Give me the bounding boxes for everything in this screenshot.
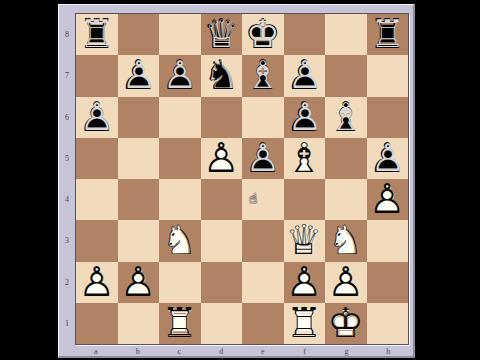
file-label-h: h <box>367 346 409 357</box>
square-h8[interactable]: ♜♖ <box>367 14 409 55</box>
rank-label-8: 8 <box>59 14 75 55</box>
square-d7[interactable]: ♞♘ <box>201 55 243 96</box>
rank-label-1: 1 <box>59 303 75 344</box>
rank-label-4: 4 <box>59 179 75 220</box>
piece-glyph: ♟ <box>367 138 409 179</box>
piece-glyph: ♟ <box>284 97 326 138</box>
square-b4[interactable] <box>118 179 160 220</box>
piece-glyph-outline: ♘ <box>202 57 241 95</box>
file-label-g: g <box>326 346 368 357</box>
square-f3[interactable]: ♛♕ <box>284 220 326 261</box>
square-c7[interactable]: ♟♙ <box>159 55 201 96</box>
file-label-b: b <box>117 346 159 357</box>
piece-white-pawn[interactable]: ♟♙ <box>201 138 243 179</box>
piece-glyph: ♜ <box>76 14 118 55</box>
piece-white-bishop[interactable]: ♝♗ <box>284 138 326 179</box>
square-f6[interactable]: ♟♙ <box>284 97 326 138</box>
piece-glyph-outline: ♙ <box>119 57 158 95</box>
square-b3[interactable] <box>118 220 160 261</box>
chess-board: ♜♖♛♕♚♔♜♖♟♙♟♙♞♘♝♗♟♙♟♙♟♙♝♗♟♙♟♙♝♗♟♙♟♙♞♘♛♕♞♘… <box>75 13 409 345</box>
square-g2[interactable]: ♟♙ <box>325 262 367 303</box>
piece-glyph: ♟ <box>284 262 324 302</box>
piece-white-queen[interactable]: ♛♕ <box>284 220 326 261</box>
square-e4[interactable] <box>242 179 284 220</box>
piece-glyph: ♚ <box>326 303 366 343</box>
file-labels: abcdefgh <box>75 346 409 357</box>
piece-glyph-outline: ♕ <box>284 220 326 261</box>
piece-glyph-outline: ♙ <box>285 57 324 95</box>
square-g4[interactable] <box>325 179 367 220</box>
piece-black-pawn[interactable]: ♟♙ <box>159 55 201 96</box>
piece-glyph: ♟ <box>242 138 284 179</box>
piece-glyph-outline: ♖ <box>368 15 407 53</box>
board-grid: ♜♖♛♕♚♔♜♖♟♙♟♙♞♘♝♗♟♙♟♙♟♙♝♗♟♙♟♙♝♗♟♙♟♙♞♘♛♕♞♘… <box>76 14 408 344</box>
piece-glyph-outline: ♘ <box>159 220 201 261</box>
square-g8[interactable] <box>325 14 367 55</box>
piece-glyph-outline: ♙ <box>243 139 282 177</box>
square-d5[interactable]: ♟♙ <box>201 138 243 179</box>
piece-glyph: ♟ <box>77 262 117 302</box>
rank-labels: 87654321 <box>59 14 75 344</box>
piece-glyph: ♟ <box>284 55 326 96</box>
rank-label-2: 2 <box>59 262 75 303</box>
piece-glyph: ♟ <box>326 262 366 302</box>
board-frame: ♜♖♛♕♚♔♜♖♟♙♟♙♞♘♝♗♟♙♟♙♟♙♝♗♟♙♟♙♝♗♟♙♟♙♞♘♛♕♞♘… <box>58 4 415 358</box>
piece-black-king[interactable]: ♚♔ <box>242 14 284 55</box>
square-f7[interactable]: ♟♙ <box>284 55 326 96</box>
square-h6[interactable] <box>367 97 409 138</box>
piece-glyph: ♟ <box>159 55 201 96</box>
square-b6[interactable] <box>118 97 160 138</box>
piece-glyph: ♝ <box>284 138 324 178</box>
square-e8[interactable]: ♚♔ <box>242 14 284 55</box>
square-d4[interactable] <box>201 179 243 220</box>
piece-white-knight[interactable]: ♞♘ <box>325 220 367 261</box>
piece-glyph: ♛ <box>201 14 243 55</box>
piece-black-bishop[interactable]: ♝♗ <box>325 97 367 138</box>
square-d8[interactable]: ♛♕ <box>201 14 243 55</box>
square-g3[interactable]: ♞♘ <box>325 220 367 261</box>
square-e5[interactable]: ♟♙ <box>242 138 284 179</box>
piece-glyph: ♞ <box>160 221 200 261</box>
square-a4[interactable] <box>76 179 118 220</box>
square-a1[interactable] <box>76 303 118 344</box>
piece-glyph-outline: ♗ <box>243 57 282 95</box>
square-b7[interactable]: ♟♙ <box>118 55 160 96</box>
piece-glyph: ♟ <box>76 97 118 138</box>
square-c4[interactable] <box>159 179 201 220</box>
piece-glyph: ♜ <box>284 303 324 343</box>
piece-glyph: ♜ <box>160 303 200 343</box>
piece-glyph: ♝ <box>325 97 367 138</box>
piece-black-bishop[interactable]: ♝♗ <box>242 55 284 96</box>
square-b1[interactable] <box>118 303 160 344</box>
piece-glyph: ♟ <box>201 138 241 178</box>
square-f2[interactable]: ♟♙ <box>284 262 326 303</box>
piece-glyph: ♞ <box>326 221 366 261</box>
piece-glyph-outline: ♙ <box>118 262 160 303</box>
piece-glyph-outline: ♔ <box>325 303 367 344</box>
piece-glyph-outline: ♕ <box>202 15 241 53</box>
square-b8[interactable] <box>118 14 160 55</box>
square-d3[interactable] <box>201 220 243 261</box>
piece-glyph-outline: ♗ <box>326 98 365 136</box>
piece-glyph: ♞ <box>201 55 243 96</box>
file-label-a: a <box>75 346 117 357</box>
piece-black-rook[interactable]: ♜♖ <box>367 14 409 55</box>
file-label-e: e <box>242 346 284 357</box>
square-f8[interactable] <box>284 14 326 55</box>
piece-glyph: ♟ <box>118 262 158 302</box>
square-e2[interactable] <box>242 262 284 303</box>
piece-glyph-outline: ♙ <box>368 139 407 177</box>
square-h7[interactable] <box>367 55 409 96</box>
square-a5[interactable] <box>76 138 118 179</box>
square-g6[interactable]: ♝♗ <box>325 97 367 138</box>
piece-glyph: ♛ <box>284 221 324 261</box>
square-h5[interactable]: ♟♙ <box>367 138 409 179</box>
piece-white-pawn[interactable]: ♟♙ <box>325 262 367 303</box>
piece-glyph-outline: ♙ <box>367 179 409 220</box>
piece-black-queen[interactable]: ♛♕ <box>201 14 243 55</box>
square-a2[interactable]: ♟♙ <box>76 262 118 303</box>
piece-glyph-outline: ♙ <box>285 98 324 136</box>
square-g5[interactable] <box>325 138 367 179</box>
piece-black-pawn[interactable]: ♟♙ <box>76 97 118 138</box>
square-e3[interactable] <box>242 220 284 261</box>
square-c6[interactable] <box>159 97 201 138</box>
piece-glyph-outline: ♙ <box>77 98 116 136</box>
piece-glyph: ♜ <box>367 14 409 55</box>
square-c3[interactable]: ♞♘ <box>159 220 201 261</box>
piece-glyph-outline: ♖ <box>159 303 201 344</box>
piece-glyph: ♟ <box>367 180 407 220</box>
piece-black-knight[interactable]: ♞♘ <box>201 55 243 96</box>
square-a8[interactable]: ♜♖ <box>76 14 118 55</box>
piece-glyph-outline: ♙ <box>76 262 118 303</box>
piece-glyph-outline: ♗ <box>284 138 326 179</box>
square-a6[interactable]: ♟♙ <box>76 97 118 138</box>
square-g7[interactable] <box>325 55 367 96</box>
piece-black-pawn[interactable]: ♟♙ <box>284 97 326 138</box>
piece-glyph-outline: ♖ <box>77 15 116 53</box>
piece-black-pawn[interactable]: ♟♙ <box>367 138 409 179</box>
square-b5[interactable] <box>118 138 160 179</box>
square-f4[interactable] <box>284 179 326 220</box>
square-a3[interactable] <box>76 220 118 261</box>
square-f1[interactable]: ♜♖ <box>284 303 326 344</box>
square-c5[interactable] <box>159 138 201 179</box>
piece-white-rook[interactable]: ♜♖ <box>284 303 326 344</box>
piece-white-king[interactable]: ♚♔ <box>325 303 367 344</box>
file-label-f: f <box>284 346 326 357</box>
square-e6[interactable] <box>242 97 284 138</box>
piece-white-pawn[interactable]: ♟♙ <box>76 262 118 303</box>
piece-black-rook[interactable]: ♜♖ <box>76 14 118 55</box>
square-h1[interactable] <box>367 303 409 344</box>
piece-glyph-outline: ♙ <box>160 57 199 95</box>
square-a7[interactable] <box>76 55 118 96</box>
rank-label-3: 3 <box>59 220 75 261</box>
piece-glyph: ♟ <box>118 55 160 96</box>
piece-glyph-outline: ♙ <box>325 262 367 303</box>
square-h2[interactable] <box>367 262 409 303</box>
piece-white-pawn[interactable]: ♟♙ <box>367 179 409 220</box>
piece-glyph-outline: ♖ <box>284 303 326 344</box>
piece-glyph-outline: ♙ <box>201 138 243 179</box>
piece-white-pawn[interactable]: ♟♙ <box>118 262 160 303</box>
piece-glyph-outline: ♔ <box>243 15 282 53</box>
piece-white-knight[interactable]: ♞♘ <box>159 220 201 261</box>
square-h4[interactable]: ♟♙ <box>367 179 409 220</box>
file-label-c: c <box>159 346 201 357</box>
piece-glyph-outline: ♙ <box>284 262 326 303</box>
piece-white-rook[interactable]: ♜♖ <box>159 303 201 344</box>
square-d2[interactable] <box>201 262 243 303</box>
piece-glyph: ♝ <box>242 55 284 96</box>
square-c2[interactable] <box>159 262 201 303</box>
piece-black-pawn[interactable]: ♟♙ <box>284 55 326 96</box>
square-f5[interactable]: ♝♗ <box>284 138 326 179</box>
square-h3[interactable] <box>367 220 409 261</box>
square-e7[interactable]: ♝♗ <box>242 55 284 96</box>
rank-label-5: 5 <box>59 138 75 179</box>
piece-glyph-outline: ♘ <box>325 220 367 261</box>
square-d1[interactable] <box>201 303 243 344</box>
piece-black-pawn[interactable]: ♟♙ <box>118 55 160 96</box>
piece-black-pawn[interactable]: ♟♙ <box>242 138 284 179</box>
square-e1[interactable] <box>242 303 284 344</box>
square-d6[interactable] <box>201 97 243 138</box>
square-c8[interactable] <box>159 14 201 55</box>
piece-glyph: ♚ <box>242 14 284 55</box>
file-label-d: d <box>200 346 242 357</box>
rank-label-7: 7 <box>59 55 75 96</box>
square-b2[interactable]: ♟♙ <box>118 262 160 303</box>
piece-white-pawn[interactable]: ♟♙ <box>284 262 326 303</box>
square-g1[interactable]: ♚♔ <box>325 303 367 344</box>
rank-label-6: 6 <box>59 97 75 138</box>
video-frame: ♜♖♛♕♚♔♜♖♟♙♟♙♞♘♝♗♟♙♟♙♟♙♝♗♟♙♟♙♝♗♟♙♟♙♞♘♛♕♞♘… <box>0 0 480 360</box>
square-c1[interactable]: ♜♖ <box>159 303 201 344</box>
